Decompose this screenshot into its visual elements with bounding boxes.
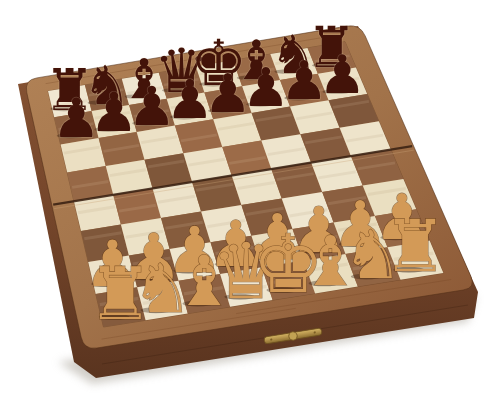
piece-black-pawn-h7[interactable]: ♟ — [319, 44, 367, 106]
product-photo: ♜♞♝♛♚♝♞♜♟♟♟♟♟♟♟♟♟♟♟♟♟♟♟♟♜♞♝♛♚♝♞♜ — [0, 0, 500, 396]
piece-white-rook-h1[interactable]: ♜ — [383, 205, 447, 288]
chess-board[interactable]: ♜♞♝♛♚♝♞♜♟♟♟♟♟♟♟♟♟♟♟♟♟♟♟♟♜♞♝♛♚♝♞♜ — [0, 0, 500, 396]
